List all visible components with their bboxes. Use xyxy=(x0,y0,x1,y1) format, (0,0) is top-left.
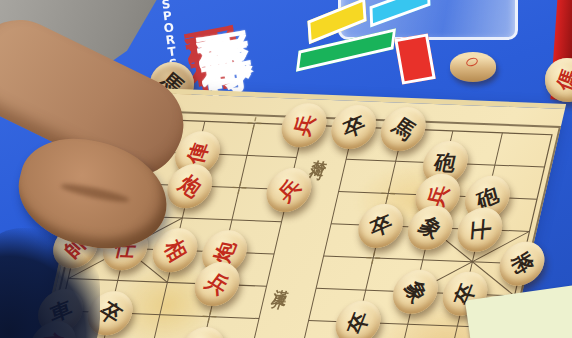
piece-lying-on-side[interactable] xyxy=(450,52,496,82)
piece-red-相[interactable]: 相 xyxy=(148,227,202,273)
piece-black-卒[interactable]: 卒 xyxy=(327,104,381,150)
piece-black-將[interactable]: 將 xyxy=(495,241,549,287)
lottery-logo-red-bar xyxy=(394,33,435,84)
piece-red-兵[interactable]: 兵 xyxy=(190,262,244,308)
piece-red-兵[interactable]: 兵 xyxy=(175,326,229,338)
captured-piece-red-horse[interactable]: 傌 xyxy=(545,58,572,102)
piece-black-象[interactable]: 象 xyxy=(388,269,442,315)
piece-black-馬[interactable]: 馬 xyxy=(376,106,430,152)
piece-red-兵[interactable]: 兵 xyxy=(262,167,316,213)
piece-red-兵[interactable]: 兵 xyxy=(277,102,331,148)
piece-black-卒[interactable]: 卒 xyxy=(331,300,385,338)
piece-black-卒[interactable]: 卒 xyxy=(354,203,408,249)
photo-scene: SPORTSLOTTERY 体育彩票 体育彩票 馬 傌 楚河 漢界 車兵卒馬俥砲… xyxy=(0,0,572,338)
piece-black-象[interactable]: 象 xyxy=(403,205,457,251)
piece-black-士[interactable]: 士 xyxy=(453,207,507,253)
